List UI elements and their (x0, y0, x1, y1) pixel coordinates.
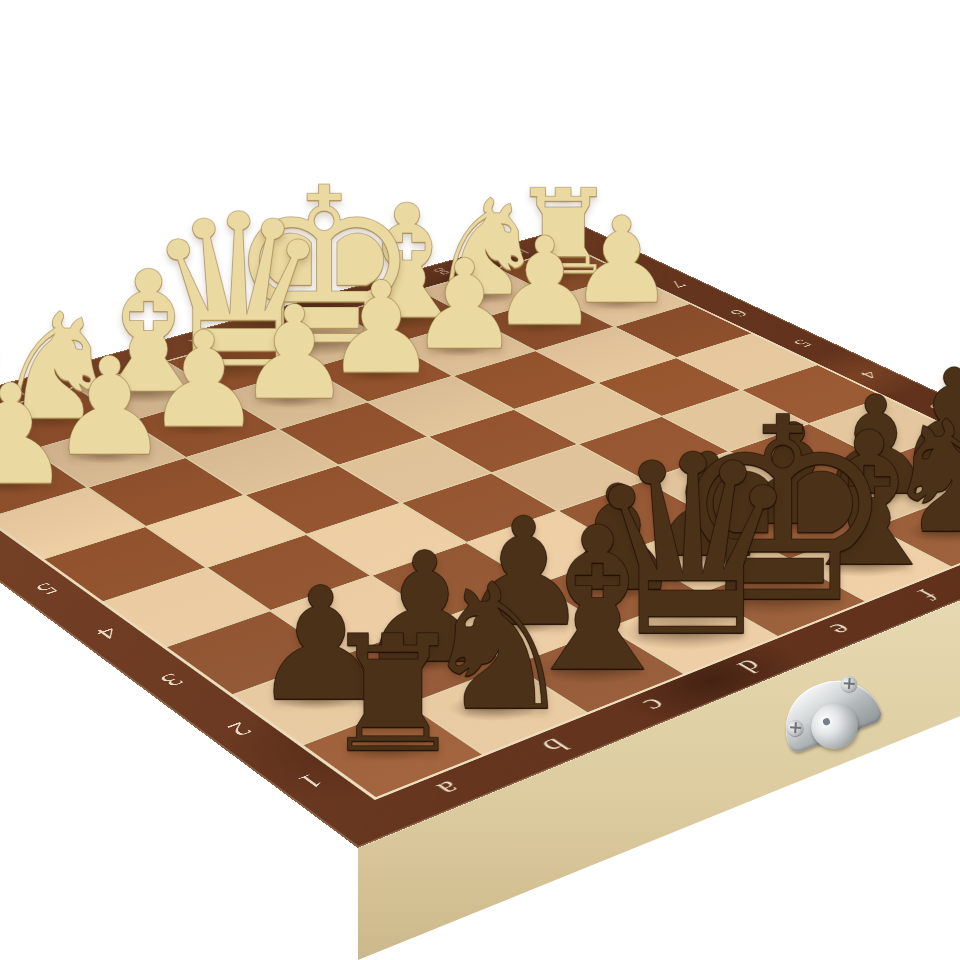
chess-set-photo: aa88bb77cc66dd55ee44ff33gg22hh11 ♜♞♝♛♚♝♞… (0, 0, 960, 960)
pieces-layer: ♜♞♝♛♚♝♞♜♟♟♟♟♟♟♟♟♟♟♟♟♟♟♟♟♜♞♝♛♚♝♞♜ (0, 0, 960, 960)
piece-light-pawn-a7[interactable]: ♟ (0, 367, 73, 505)
piece-dark-rook-a1[interactable]: ♜ (321, 614, 465, 775)
